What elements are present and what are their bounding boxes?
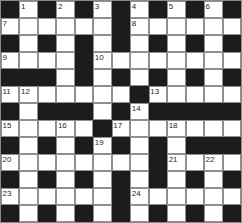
crossword-cell[interactable] bbox=[149, 188, 167, 205]
crossword-cell[interactable]: 24 bbox=[130, 188, 148, 205]
crossword-cell[interactable] bbox=[75, 18, 93, 35]
crossword-cell[interactable] bbox=[56, 154, 74, 171]
clue-number: 20 bbox=[3, 155, 12, 164]
crossword-cell[interactable] bbox=[130, 205, 148, 222]
crossword-cell[interactable] bbox=[130, 171, 148, 188]
crossword-block-cell bbox=[75, 171, 93, 188]
crossword-cell[interactable] bbox=[19, 35, 37, 52]
crossword-cell[interactable]: 14 bbox=[130, 103, 148, 120]
crossword-block-cell bbox=[149, 171, 167, 188]
crossword-cell[interactable] bbox=[38, 18, 56, 35]
crossword-cell[interactable]: 2 bbox=[56, 1, 74, 18]
crossword-block-cell bbox=[112, 18, 130, 35]
crossword-cell[interactable] bbox=[93, 35, 111, 52]
clue-number: 6 bbox=[206, 2, 210, 11]
clue-number: 23 bbox=[3, 189, 12, 198]
crossword-cell[interactable] bbox=[130, 137, 148, 154]
crossword-cell[interactable]: 15 bbox=[1, 120, 19, 137]
clue-number: 11 bbox=[3, 87, 11, 96]
clue-number: 19 bbox=[95, 138, 104, 147]
crossword-block-cell bbox=[38, 171, 56, 188]
crossword-block-cell bbox=[38, 103, 56, 120]
crossword-cell[interactable] bbox=[38, 120, 56, 137]
crossword-cell[interactable] bbox=[38, 52, 56, 69]
crossword-block-cell bbox=[223, 35, 241, 52]
crossword-block-cell bbox=[75, 1, 93, 18]
crossword-cell[interactable]: 20 bbox=[1, 154, 19, 171]
crossword-cell[interactable] bbox=[75, 120, 93, 137]
crossword-block-cell bbox=[186, 35, 204, 52]
clue-number: 14 bbox=[132, 104, 141, 113]
crossword-cell[interactable] bbox=[38, 86, 56, 103]
crossword-block-cell bbox=[75, 69, 93, 86]
crossword-block-cell bbox=[204, 137, 222, 154]
crossword-cell[interactable] bbox=[204, 205, 222, 222]
crossword-cell[interactable] bbox=[186, 154, 204, 171]
clue-number: 17 bbox=[113, 121, 122, 130]
crossword-cell[interactable] bbox=[19, 52, 37, 69]
crossword-cell[interactable] bbox=[93, 205, 111, 222]
crossword-block-cell bbox=[223, 1, 241, 18]
crossword-cell[interactable] bbox=[149, 52, 167, 69]
crossword-cell[interactable] bbox=[167, 35, 185, 52]
crossword-block-cell bbox=[1, 171, 19, 188]
crossword-cell[interactable] bbox=[167, 205, 185, 222]
crossword-cell[interactable] bbox=[56, 52, 74, 69]
crossword-cell[interactable] bbox=[167, 171, 185, 188]
crossword-cell[interactable] bbox=[56, 86, 74, 103]
crossword-cell[interactable] bbox=[167, 86, 185, 103]
crossword-cell[interactable] bbox=[167, 69, 185, 86]
crossword-cell[interactable] bbox=[75, 188, 93, 205]
crossword-block-cell bbox=[112, 137, 130, 154]
crossword-block-cell bbox=[112, 205, 130, 222]
crossword-cell[interactable] bbox=[167, 18, 185, 35]
crossword-cell[interactable] bbox=[204, 69, 222, 86]
crossword-cell[interactable] bbox=[56, 171, 74, 188]
clue-number: 1 bbox=[21, 2, 25, 11]
crossword-block-cell bbox=[112, 171, 130, 188]
crossword-cell[interactable] bbox=[130, 120, 148, 137]
crossword-block-cell bbox=[186, 171, 204, 188]
crossword-block-cell bbox=[149, 137, 167, 154]
crossword-cell[interactable]: 3 bbox=[93, 1, 111, 18]
crossword-block-cell bbox=[186, 69, 204, 86]
crossword-cell[interactable] bbox=[223, 188, 241, 205]
crossword-cell[interactable] bbox=[130, 35, 148, 52]
crossword-block-cell bbox=[75, 52, 93, 69]
crossword-block-cell bbox=[149, 35, 167, 52]
crossword-cell[interactable] bbox=[204, 120, 222, 137]
crossword-cell[interactable] bbox=[130, 154, 148, 171]
clue-number: 16 bbox=[58, 121, 67, 130]
crossword-cell[interactable]: 11 bbox=[1, 86, 19, 103]
crossword-cell[interactable] bbox=[204, 188, 222, 205]
crossword-block-cell bbox=[130, 86, 148, 103]
crossword-block-cell bbox=[75, 103, 93, 120]
crossword-cell[interactable]: 18 bbox=[167, 120, 185, 137]
crossword-block-cell bbox=[223, 171, 241, 188]
crossword-block-cell bbox=[112, 35, 130, 52]
crossword-cell[interactable] bbox=[75, 154, 93, 171]
crossword-cell[interactable] bbox=[38, 154, 56, 171]
crossword-block-cell bbox=[223, 137, 241, 154]
crossword-block-cell bbox=[93, 120, 111, 137]
crossword-block-cell bbox=[75, 205, 93, 222]
crossword-block-cell bbox=[1, 137, 19, 154]
crossword-cell[interactable] bbox=[93, 154, 111, 171]
clue-number: 13 bbox=[150, 87, 159, 96]
crossword-block-cell bbox=[186, 103, 204, 120]
crossword-block-cell bbox=[1, 35, 19, 52]
crossword-block-cell bbox=[75, 137, 93, 154]
clue-number: 8 bbox=[132, 19, 136, 28]
clue-number: 21 bbox=[169, 155, 178, 164]
crossword-cell[interactable]: 16 bbox=[56, 120, 74, 137]
crossword-block-cell bbox=[186, 1, 204, 18]
crossword-cell[interactable] bbox=[223, 120, 241, 137]
crossword-cell[interactable]: 12 bbox=[19, 86, 37, 103]
crossword-grid: 123456789101112131415161718192021222324 bbox=[0, 0, 242, 223]
crossword-cell[interactable] bbox=[204, 18, 222, 35]
crossword-cell[interactable] bbox=[112, 154, 130, 171]
crossword-block-cell bbox=[149, 205, 167, 222]
clue-number: 7 bbox=[3, 19, 7, 28]
crossword-cell[interactable] bbox=[56, 18, 74, 35]
clue-number: 3 bbox=[95, 2, 99, 11]
crossword-cell[interactable]: 9 bbox=[1, 52, 19, 69]
crossword-cell[interactable]: 7 bbox=[1, 18, 19, 35]
crossword-cell[interactable] bbox=[149, 18, 167, 35]
crossword-cell[interactable]: 19 bbox=[93, 137, 111, 154]
crossword-cell[interactable]: 21 bbox=[167, 154, 185, 171]
crossword-cell[interactable] bbox=[93, 171, 111, 188]
clue-number: 9 bbox=[3, 53, 7, 62]
crossword-cell[interactable]: 13 bbox=[149, 86, 167, 103]
crossword-cell[interactable] bbox=[75, 86, 93, 103]
crossword-cell[interactable] bbox=[204, 171, 222, 188]
crossword-block-cell bbox=[223, 103, 241, 120]
crossword-cell[interactable] bbox=[19, 154, 37, 171]
crossword-block-cell bbox=[149, 103, 167, 120]
crossword-cell[interactable] bbox=[223, 52, 241, 69]
crossword-cell[interactable] bbox=[130, 52, 148, 69]
crossword-cell[interactable] bbox=[56, 35, 74, 52]
crossword-cell[interactable] bbox=[19, 137, 37, 154]
crossword-block-cell bbox=[149, 154, 167, 171]
crossword-cell[interactable] bbox=[186, 86, 204, 103]
crossword-cell[interactable] bbox=[19, 18, 37, 35]
crossword-cell[interactable] bbox=[186, 120, 204, 137]
crossword-block-cell bbox=[223, 205, 241, 222]
crossword-cell[interactable] bbox=[186, 188, 204, 205]
crossword-block-cell bbox=[149, 1, 167, 18]
crossword-block-cell bbox=[38, 1, 56, 18]
crossword-cell[interactable] bbox=[19, 120, 37, 137]
crossword-cell[interactable] bbox=[93, 86, 111, 103]
crossword-block-cell bbox=[1, 1, 19, 18]
crossword-cell[interactable] bbox=[223, 154, 241, 171]
crossword-cell[interactable] bbox=[56, 69, 74, 86]
crossword-cell[interactable]: 22 bbox=[204, 154, 222, 171]
crossword-cell[interactable] bbox=[56, 205, 74, 222]
crossword-block-cell bbox=[223, 69, 241, 86]
crossword-cell[interactable]: 1 bbox=[19, 1, 37, 18]
crossword-cell[interactable]: 8 bbox=[130, 18, 148, 35]
crossword-block-cell bbox=[112, 103, 130, 120]
clue-number: 24 bbox=[132, 189, 141, 198]
crossword-cell[interactable] bbox=[149, 120, 167, 137]
crossword-block-cell bbox=[19, 69, 37, 86]
crossword-cell[interactable]: 17 bbox=[112, 120, 130, 137]
crossword-cell[interactable] bbox=[223, 86, 241, 103]
crossword-cell[interactable] bbox=[112, 86, 130, 103]
crossword-cell[interactable] bbox=[19, 103, 37, 120]
crossword-block-cell bbox=[38, 137, 56, 154]
crossword-cell[interactable]: 5 bbox=[167, 1, 185, 18]
crossword-cell[interactable] bbox=[186, 18, 204, 35]
crossword-block-cell bbox=[186, 205, 204, 222]
crossword-cell[interactable] bbox=[93, 188, 111, 205]
clue-number: 4 bbox=[132, 2, 136, 11]
clue-number: 10 bbox=[95, 53, 104, 62]
crossword-cell[interactable] bbox=[204, 35, 222, 52]
crossword-cell[interactable] bbox=[38, 188, 56, 205]
crossword-cell[interactable] bbox=[167, 52, 185, 69]
crossword-cell[interactable]: 10 bbox=[93, 52, 111, 69]
crossword-cell[interactable]: 23 bbox=[1, 188, 19, 205]
crossword-block-cell bbox=[112, 188, 130, 205]
crossword-cell[interactable] bbox=[167, 188, 185, 205]
crossword-cell[interactable] bbox=[130, 69, 148, 86]
crossword-cell[interactable] bbox=[186, 52, 204, 69]
crossword-cell[interactable]: 6 bbox=[204, 1, 222, 18]
crossword-block-cell bbox=[167, 103, 185, 120]
crossword-block-cell bbox=[112, 69, 130, 86]
crossword-block-cell bbox=[38, 205, 56, 222]
crossword-cell[interactable] bbox=[19, 188, 37, 205]
crossword-cell[interactable] bbox=[93, 18, 111, 35]
crossword-block-cell bbox=[38, 35, 56, 52]
clue-number: 12 bbox=[21, 87, 30, 96]
crossword-block-cell bbox=[1, 69, 19, 86]
crossword-block-cell bbox=[186, 137, 204, 154]
crossword-cell[interactable] bbox=[204, 52, 222, 69]
crossword-block-cell bbox=[1, 103, 19, 120]
crossword-block-cell bbox=[204, 103, 222, 120]
crossword-cell[interactable] bbox=[167, 137, 185, 154]
crossword-block-cell bbox=[112, 1, 130, 18]
crossword-cell[interactable] bbox=[19, 171, 37, 188]
crossword-cell[interactable] bbox=[56, 188, 74, 205]
clue-number: 22 bbox=[206, 155, 215, 164]
clue-number: 18 bbox=[169, 121, 178, 130]
crossword-block-cell bbox=[38, 69, 56, 86]
crossword-cell[interactable] bbox=[19, 205, 37, 222]
crossword-block-cell bbox=[1, 205, 19, 222]
crossword-block-cell bbox=[75, 35, 93, 52]
crossword-block-cell bbox=[56, 103, 74, 120]
crossword-cell[interactable] bbox=[112, 52, 130, 69]
crossword-cell[interactable]: 4 bbox=[130, 1, 148, 18]
clue-number: 5 bbox=[169, 2, 173, 11]
crossword-cell[interactable] bbox=[93, 103, 111, 120]
crossword-cell[interactable] bbox=[204, 86, 222, 103]
crossword-cell[interactable] bbox=[223, 18, 241, 35]
clue-number: 2 bbox=[58, 2, 62, 11]
clue-number: 15 bbox=[3, 121, 12, 130]
crossword-cell[interactable] bbox=[56, 137, 74, 154]
crossword-block-cell bbox=[149, 69, 167, 86]
crossword-cell[interactable] bbox=[93, 69, 111, 86]
